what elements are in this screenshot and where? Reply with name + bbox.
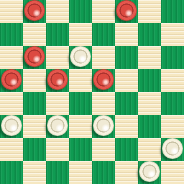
square-r7-c3 xyxy=(69,161,92,184)
square-r0-c1[interactable] xyxy=(23,0,46,23)
square-r6-c3[interactable] xyxy=(69,138,92,161)
square-r1-c0[interactable] xyxy=(0,23,23,46)
square-r3-c0[interactable] xyxy=(0,69,23,92)
square-r7-c5 xyxy=(115,161,138,184)
square-r2-c3[interactable] xyxy=(69,46,92,69)
square-r2-c4 xyxy=(92,46,115,69)
square-r1-c6[interactable] xyxy=(138,23,161,46)
square-r7-c7 xyxy=(161,161,184,184)
red-checker[interactable] xyxy=(1,69,22,90)
square-r0-c0 xyxy=(0,0,23,23)
square-r6-c0 xyxy=(0,138,23,161)
red-checker[interactable] xyxy=(93,69,114,90)
square-r0-c4 xyxy=(92,0,115,23)
square-r3-c2[interactable] xyxy=(46,69,69,92)
square-r3-c5 xyxy=(115,69,138,92)
square-r7-c0[interactable] xyxy=(0,161,23,184)
square-r1-c1 xyxy=(23,23,46,46)
square-r2-c5[interactable] xyxy=(115,46,138,69)
square-r2-c2 xyxy=(46,46,69,69)
white-checker[interactable] xyxy=(139,161,160,182)
square-r4-c4 xyxy=(92,92,115,115)
square-r6-c5[interactable] xyxy=(115,138,138,161)
white-checker[interactable] xyxy=(162,138,183,159)
square-r4-c2 xyxy=(46,92,69,115)
square-r1-c5 xyxy=(115,23,138,46)
square-r7-c4[interactable] xyxy=(92,161,115,184)
square-r2-c1[interactable] xyxy=(23,46,46,69)
square-r7-c2[interactable] xyxy=(46,161,69,184)
red-checker[interactable] xyxy=(47,69,68,90)
square-r5-c5 xyxy=(115,115,138,138)
square-r0-c3[interactable] xyxy=(69,0,92,23)
square-r4-c6 xyxy=(138,92,161,115)
square-r5-c1 xyxy=(23,115,46,138)
square-r1-c2[interactable] xyxy=(46,23,69,46)
square-r1-c7 xyxy=(161,23,184,46)
square-r3-c4[interactable] xyxy=(92,69,115,92)
square-r2-c6 xyxy=(138,46,161,69)
white-checker[interactable] xyxy=(70,46,91,67)
square-r5-c7 xyxy=(161,115,184,138)
square-r1-c4[interactable] xyxy=(92,23,115,46)
square-r4-c0 xyxy=(0,92,23,115)
white-checker[interactable] xyxy=(1,115,22,136)
square-r2-c0 xyxy=(0,46,23,69)
square-r5-c3 xyxy=(69,115,92,138)
square-r3-c3 xyxy=(69,69,92,92)
square-r7-c1 xyxy=(23,161,46,184)
red-checker[interactable] xyxy=(24,46,45,67)
square-r0-c7[interactable] xyxy=(161,0,184,23)
square-r3-c1 xyxy=(23,69,46,92)
red-checker[interactable] xyxy=(116,0,137,21)
square-r7-c6[interactable] xyxy=(138,161,161,184)
square-r4-c7[interactable] xyxy=(161,92,184,115)
square-r0-c2 xyxy=(46,0,69,23)
square-r5-c2[interactable] xyxy=(46,115,69,138)
red-checker[interactable] xyxy=(24,0,45,21)
square-r3-c7 xyxy=(161,69,184,92)
square-r2-c7[interactable] xyxy=(161,46,184,69)
square-r3-c6[interactable] xyxy=(138,69,161,92)
square-r4-c1[interactable] xyxy=(23,92,46,115)
white-checker[interactable] xyxy=(93,115,114,136)
square-r4-c5[interactable] xyxy=(115,92,138,115)
square-r6-c6 xyxy=(138,138,161,161)
square-r6-c4 xyxy=(92,138,115,161)
square-r5-c4[interactable] xyxy=(92,115,115,138)
square-r4-c3[interactable] xyxy=(69,92,92,115)
square-r6-c2 xyxy=(46,138,69,161)
checkers-board xyxy=(0,0,184,184)
white-checker[interactable] xyxy=(47,115,68,136)
square-r0-c5[interactable] xyxy=(115,0,138,23)
square-r0-c6 xyxy=(138,0,161,23)
square-r5-c0[interactable] xyxy=(0,115,23,138)
square-r6-c1[interactable] xyxy=(23,138,46,161)
square-r1-c3 xyxy=(69,23,92,46)
square-r6-c7[interactable] xyxy=(161,138,184,161)
square-r5-c6[interactable] xyxy=(138,115,161,138)
